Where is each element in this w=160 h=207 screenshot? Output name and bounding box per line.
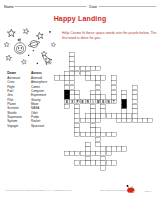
grid-cell [96,66,101,71]
word-list-item: Voyager [7,124,22,128]
star-icon [51,42,56,47]
word-list: Down AstronautCrewFlightFuelJetsPilotPla… [7,71,47,128]
footer-page-number: page 4 [145,190,152,192]
date-line [99,6,156,7]
small-star-icon [28,54,30,56]
grid-cell [96,118,101,123]
name-label: Name [4,5,14,9]
letter-cell: N [106,99,111,104]
small-star-icon [36,62,38,64]
star-icon [23,28,30,35]
small-star-icon [32,50,34,52]
grid-cell [85,118,90,123]
cosmo-character [14,39,25,54]
space-clipart-illustration [3,27,58,68]
down-word-column: Down AstronautCrewFlightFuelJetsPilotPla… [7,71,22,128]
grid-cell [96,151,101,156]
across-header: Across [31,71,47,75]
grid-cell [111,161,116,166]
grid-cell [111,132,116,137]
star-icon [36,32,44,40]
down-header: Down [7,71,22,75]
grid-cell [90,132,95,137]
grid-cell [101,76,106,81]
worksheet-page: Name Date Happy Landing [0,0,160,207]
letter-cell: R [85,99,90,104]
letter-cell: X [70,99,75,104]
across-word-list: AsteroidAtmosphereCometComputerExperimen… [31,76,47,128]
letter-cell: T [111,99,116,104]
grid-cell [96,161,101,166]
page-title: Happy Landing [0,15,160,23]
grid-cell [106,151,111,156]
instructions-text: Help Cosmo fit these space words into th… [62,30,159,40]
grid-cell [64,104,69,109]
small-star-icon [49,31,51,33]
star-icon [7,29,15,37]
apple-logo-icon [127,185,136,194]
rocket-icon [40,52,54,66]
grid-cell [80,151,85,156]
name-line [15,6,87,7]
footer-copyright: © 2000-2002 Family Education Network, In… [4,189,72,191]
down-word-list: AstronautCrewFlightFuelJetsPilotPlanetSc… [7,76,22,128]
grid-cell [122,147,127,152]
star-icon [5,55,12,61]
puzzle-grid: MTEPIEXERN [54,52,153,170]
date-label: Date [89,5,97,9]
across-word-column: Across AsteroidAtmosphereCometComputerEx… [31,71,47,128]
star-icon [21,59,27,64]
planet-icon [28,40,40,47]
grid-cell [116,118,121,123]
grid-cell [148,118,153,123]
grid-cell [101,165,106,170]
word-list-item: Spacesuit [31,124,47,128]
star-icon [4,42,9,47]
